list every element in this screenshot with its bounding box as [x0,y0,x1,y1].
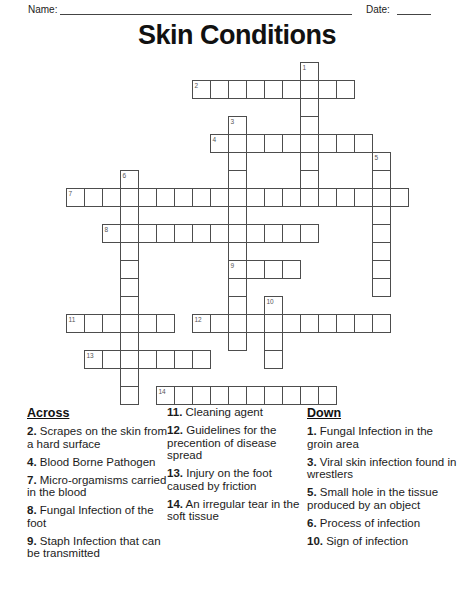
grid-cell[interactable] [120,260,139,279]
page-title: Skin Conditions [0,20,474,51]
grid-cell[interactable] [228,188,247,207]
grid-cell[interactable] [192,350,211,369]
grid-cell[interactable] [318,188,337,207]
clue-number: 7. [27,474,37,486]
clue-column-across-cont: 11. Cleaning agent12. Guidelines for the… [167,406,309,528]
cell-number: 6 [123,172,127,179]
grid-cell[interactable] [282,386,301,405]
grid-cell[interactable] [282,134,301,153]
clue-heading-down: Down [307,406,457,420]
clue-heading-across: Across [27,406,171,420]
grid-cell[interactable] [120,314,139,333]
grid-cell[interactable] [192,386,211,405]
grid-cell[interactable] [300,116,319,135]
grid-cell[interactable] [210,386,229,405]
grid-cell[interactable] [102,314,121,333]
grid-cell[interactable] [300,314,319,333]
clue-number: 11. [167,406,182,418]
grid-cell[interactable] [372,224,391,243]
grid-cell[interactable] [138,350,157,369]
clue-item-14: 14. An irregular tear in the soft tissue [167,498,309,523]
grid-cell[interactable]: 3 [228,116,247,135]
grid-cell[interactable] [228,152,247,171]
grid-cell[interactable] [336,188,355,207]
clue-number: 5. [307,486,317,498]
grid-cell[interactable] [102,350,121,369]
grid-cell[interactable] [228,206,247,225]
grid-cell[interactable] [228,296,247,315]
crossword-grid: 1239456781011121314 [66,62,409,405]
grid-cell[interactable] [138,224,157,243]
cell-number: 4 [213,136,217,143]
grid-cell[interactable] [372,170,391,189]
grid-cell[interactable] [282,224,301,243]
grid-cell[interactable] [336,80,355,99]
grid-cell[interactable]: 2 [192,80,211,99]
grid-cell[interactable] [282,314,301,333]
worksheet-page: Name: Date: Skin Conditions 123945678101… [0,0,474,613]
grid-cell[interactable] [174,188,193,207]
grid-cell[interactable] [372,188,391,207]
grid-cell[interactable] [372,314,391,333]
grid-cell[interactable]: 6 [120,170,139,189]
grid-cell[interactable] [264,188,283,207]
grid-cell[interactable] [264,134,283,153]
grid-cell[interactable] [138,188,157,207]
grid-cell[interactable] [210,224,229,243]
grid-cell[interactable] [210,314,229,333]
grid-cell[interactable] [282,188,301,207]
clue-number: 10. [307,535,323,547]
cell-number: 10 [267,298,274,305]
grid-cell[interactable] [120,296,139,315]
grid-cell[interactable] [300,134,319,153]
grid-cell[interactable]: 12 [192,314,211,333]
grid-cell[interactable]: 14 [156,386,175,405]
grid-cell[interactable] [372,242,391,261]
grid-cell[interactable] [228,224,247,243]
clue-number: 14. [167,498,183,510]
cell-number: 13 [87,352,94,359]
grid-cell[interactable] [372,278,391,297]
grid-cell[interactable] [120,350,139,369]
clue-number: 2. [27,425,37,437]
grid-cell[interactable] [318,386,337,405]
grid-cell[interactable] [120,224,139,243]
date-label: Date: [366,4,390,15]
grid-cell[interactable] [300,224,319,243]
grid-cell[interactable] [300,170,319,189]
grid-cell[interactable]: 1 [300,62,319,81]
grid-cell[interactable] [156,224,175,243]
grid-cell[interactable] [120,206,139,225]
clue-number: 4. [27,456,37,468]
grid-cell[interactable] [120,242,139,261]
grid-cell[interactable] [228,386,247,405]
grid-cell[interactable] [174,350,193,369]
date-line[interactable] [397,14,431,15]
cell-number: 8 [105,226,109,233]
grid-cell[interactable] [210,188,229,207]
cell-number: 2 [195,82,199,89]
grid-cell[interactable] [390,188,409,207]
grid-cell[interactable] [264,224,283,243]
grid-cell[interactable]: 8 [102,224,121,243]
grid-cell[interactable] [120,278,139,297]
cell-number: 12 [195,316,202,323]
grid-cell[interactable] [318,314,337,333]
clue-column-across: Across2. Scrapes on the skin from a hard… [27,406,171,565]
grid-cell[interactable] [228,332,247,351]
grid-cell[interactable]: 11 [66,314,85,333]
grid-cell[interactable] [300,152,319,171]
grid-cell[interactable] [246,188,265,207]
grid-cell[interactable] [246,224,265,243]
grid-cell[interactable] [354,314,373,333]
grid-cell[interactable]: 4 [210,134,229,153]
grid-cell[interactable] [246,386,265,405]
grid-cell[interactable] [336,314,355,333]
grid-cell[interactable] [336,134,355,153]
cell-number: 11 [69,316,76,323]
grid-cell[interactable] [192,224,211,243]
cell-number: 5 [375,154,379,161]
cell-number: 7 [69,190,73,197]
grid-cell[interactable] [354,188,373,207]
clue-item-13: 13. Injury on the foot caused by frictio… [167,467,309,492]
grid-cell[interactable] [300,386,319,405]
clue-item-4: 4. Blood Borne Pathogen [27,456,171,469]
grid-cell[interactable] [174,386,193,405]
grid-cell[interactable] [264,80,283,99]
grid-cell[interactable] [228,134,247,153]
grid-cell[interactable] [246,80,265,99]
grid-cell[interactable] [156,188,175,207]
grid-cell[interactable] [120,188,139,207]
grid-cell[interactable] [228,278,247,297]
grid-cell[interactable] [192,188,211,207]
grid-cell[interactable] [264,350,283,369]
clue-item-2: 2. Scrapes on the skin from a hard surfa… [27,425,171,450]
clue-number: 3. [307,456,317,468]
clue-item-11: 11. Cleaning agent [167,406,309,419]
clue-number: 12. [167,424,183,436]
grid-cell[interactable] [372,206,391,225]
grid-cell[interactable]: 13 [84,350,103,369]
grid-cell[interactable] [264,260,283,279]
grid-cell[interactable] [318,134,337,153]
grid-cell[interactable] [228,242,247,261]
grid-cell[interactable] [300,80,319,99]
grid-cell[interactable]: 5 [372,152,391,171]
grid-cell[interactable] [246,314,265,333]
clue-item-5: 5. Small hole in the tissue produced by … [307,486,457,511]
grid-cell[interactable] [246,260,265,279]
grid-cell[interactable] [300,188,319,207]
grid-cell[interactable] [354,134,373,153]
clue-number: 8. [27,504,37,516]
clue-item-8: 8. Fungal Infection of the foot [27,504,171,529]
grid-cell[interactable] [120,368,139,387]
grid-cell[interactable]: 7 [66,188,85,207]
cell-number: 9 [231,262,235,269]
grid-cell[interactable] [228,170,247,189]
clue-number: 6. [307,517,317,529]
clue-number: 9. [27,535,37,547]
clue-item-9: 9. Staph Infection that can be transmitt… [27,535,171,560]
grid-cell[interactable] [264,314,283,333]
grid-cell[interactable] [300,98,319,117]
grid-cell[interactable] [84,314,103,333]
grid-cell[interactable] [210,80,229,99]
grid-cell[interactable] [84,188,103,207]
grid-cell[interactable] [372,260,391,279]
clue-number: 13. [167,467,183,479]
cell-number: 14 [159,388,166,395]
grid-cell[interactable] [228,80,247,99]
grid-cell[interactable] [156,350,175,369]
grid-cell[interactable] [282,260,301,279]
clue-column-down: Down1. Fungal Infection in the groin are… [307,406,457,553]
cell-number: 3 [231,118,235,125]
grid-cell[interactable] [102,188,121,207]
grid-cell[interactable] [120,386,139,405]
name-line[interactable] [60,14,352,15]
clue-item-1: 1. Fungal Infection in the groin area [307,425,457,450]
grid-cell[interactable]: 10 [264,296,283,315]
clue-item-6: 6. Process of infection [307,517,457,530]
grid-cell[interactable] [282,80,301,99]
grid-cell[interactable] [228,314,247,333]
clue-item-7: 7. Micro-orgamisms carried in the blood [27,474,171,499]
clue-item-3: 3. Viral skin infection found in wrestle… [307,456,457,481]
clue-number: 1. [307,425,317,437]
name-label: Name: [28,4,57,15]
grid-cell[interactable] [120,332,139,351]
clue-item-10: 10. Sign of infection [307,535,457,548]
grid-cell[interactable] [264,386,283,405]
grid-cell[interactable] [318,80,337,99]
clue-item-12: 12. Guidelines for the precention of dis… [167,424,309,462]
grid-cell[interactable] [246,134,265,153]
grid-cell[interactable] [264,332,283,351]
grid-cell[interactable] [138,314,157,333]
cell-number: 1 [303,64,307,71]
grid-cell[interactable] [174,224,193,243]
grid-cell[interactable] [156,314,175,333]
grid-cell[interactable]: 9 [228,260,247,279]
